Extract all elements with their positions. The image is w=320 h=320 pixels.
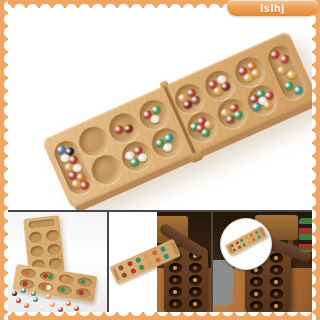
thumbnail-board-and-players[interactable]	[107, 212, 210, 316]
mini-pit	[164, 253, 171, 260]
mini-pit	[130, 268, 137, 275]
dark-pit	[270, 301, 283, 311]
thumbnail-strip	[4, 210, 316, 318]
dark-pit	[270, 277, 283, 287]
stone-pit	[38, 281, 54, 292]
dark-pit	[270, 253, 283, 263]
scalloped-frame-left	[0, 0, 8, 320]
dark-pit	[270, 265, 283, 275]
scattered-stone	[74, 306, 79, 311]
stone-pit	[77, 277, 93, 288]
mini-pit	[144, 253, 151, 260]
dark-pit	[169, 299, 182, 309]
dark-pit	[189, 263, 202, 273]
dark-pit	[250, 301, 263, 311]
mini-pit	[135, 257, 142, 264]
dark-pit	[250, 289, 263, 299]
dark-pit	[189, 299, 202, 309]
stone	[46, 285, 52, 291]
seed	[193, 302, 197, 306]
seed	[193, 266, 197, 270]
stone	[279, 54, 290, 65]
stone	[24, 270, 30, 276]
seated-player	[211, 260, 233, 306]
mini-pit	[247, 240, 251, 244]
seed	[274, 292, 278, 296]
stone	[80, 279, 86, 285]
stone-pit	[56, 284, 72, 295]
scattered-stone	[16, 298, 21, 303]
stone	[79, 180, 90, 191]
seed	[173, 290, 177, 294]
seed	[173, 302, 177, 306]
mini-pit	[147, 261, 154, 268]
product-image-card: lslhj	[0, 0, 320, 320]
stone	[61, 276, 67, 282]
empty-pit	[29, 231, 43, 243]
seed	[274, 256, 278, 260]
mini-pit	[256, 235, 260, 239]
mini-pit	[127, 261, 134, 268]
empty-pit	[47, 243, 61, 255]
dark-pit	[189, 275, 202, 285]
stone-pit	[75, 287, 91, 298]
open-board-product	[224, 226, 267, 256]
scattered-stone	[33, 297, 38, 302]
product-inset-circle	[220, 218, 272, 270]
mini-pit	[160, 246, 167, 253]
seed	[254, 304, 258, 308]
seed	[193, 290, 197, 294]
mini-pit	[118, 264, 125, 271]
scattered-stone	[12, 291, 17, 296]
mini-pit	[242, 243, 246, 247]
mini-pit	[252, 238, 256, 242]
scattered-stone	[24, 303, 29, 308]
seed	[254, 268, 258, 272]
dark-pit	[169, 275, 182, 285]
stone	[293, 85, 304, 96]
stone	[286, 69, 297, 80]
seed	[173, 266, 177, 270]
dark-pit	[169, 287, 182, 297]
scattered-stone	[31, 291, 36, 296]
scattered-stone	[46, 294, 51, 299]
scattered-stone	[21, 288, 26, 293]
stone	[48, 274, 54, 280]
dark-pit	[189, 287, 202, 297]
stone-pit	[58, 274, 74, 285]
seed	[173, 278, 177, 282]
mini-pit	[239, 238, 243, 242]
dark-pit	[250, 277, 263, 287]
mini-pit	[155, 257, 162, 264]
stone	[123, 123, 134, 134]
thumbnail-folded-board[interactable]	[6, 212, 107, 316]
main-product-photo	[8, 8, 312, 210]
mini-pit	[122, 272, 129, 279]
scattered-stone	[66, 301, 71, 306]
empty-pit	[46, 229, 60, 241]
stone	[22, 281, 28, 287]
seed	[193, 278, 197, 282]
folded-flat-half	[12, 264, 97, 303]
seed	[274, 304, 278, 308]
stone-pit	[21, 268, 37, 279]
pit-bottom-1[interactable]	[87, 151, 125, 189]
scalloped-frame-bottom	[0, 312, 320, 320]
seed	[274, 280, 278, 284]
product-backdrop	[109, 212, 157, 316]
pit-bottom-5[interactable]	[213, 94, 251, 132]
scalloped-frame-right	[312, 0, 320, 320]
watermark-text: lslhj	[260, 2, 285, 14]
mini-pit	[249, 233, 253, 237]
mini-pit	[244, 236, 248, 240]
pit-bottom-2[interactable]	[117, 137, 155, 175]
watermark-badge: lslhj	[227, 0, 318, 16]
pit-bottom-6[interactable]	[243, 81, 281, 119]
seed	[254, 280, 258, 284]
empty-pit	[30, 245, 44, 257]
mini-pit	[234, 241, 238, 245]
empty-pit	[48, 257, 62, 269]
scattered-stone	[40, 305, 45, 310]
thumbnail-players-closeup[interactable]	[211, 212, 314, 316]
dark-pit	[270, 289, 283, 299]
mini-pit	[254, 231, 258, 235]
stone-pit	[39, 271, 55, 282]
stone	[60, 287, 66, 293]
upright-store-pit	[28, 219, 55, 229]
pit-bottom-3[interactable]	[148, 124, 186, 162]
seed	[254, 292, 258, 296]
seed	[274, 268, 278, 272]
stone	[78, 290, 84, 296]
scattered-stone	[50, 302, 55, 307]
mini-pit	[139, 265, 146, 272]
dark-pit	[169, 263, 182, 273]
mini-pit	[152, 249, 159, 256]
stone	[283, 80, 294, 91]
mancala-board	[41, 30, 319, 209]
mini-pit	[237, 246, 241, 250]
